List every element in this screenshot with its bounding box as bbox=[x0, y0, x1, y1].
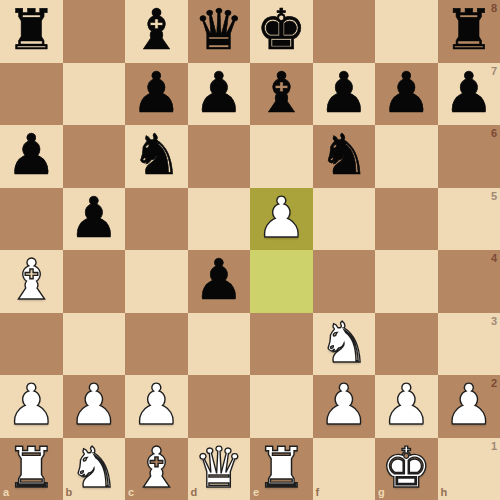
square-g8[interactable] bbox=[375, 0, 438, 63]
square-e5[interactable]: ♟ bbox=[250, 188, 313, 251]
piece-black-bishop[interactable]: ♝ bbox=[131, 2, 181, 58]
square-h3[interactable]: 3 bbox=[438, 313, 500, 376]
rank-label-5: 5 bbox=[491, 191, 497, 202]
square-c4[interactable] bbox=[125, 250, 188, 313]
square-c5[interactable] bbox=[125, 188, 188, 251]
square-d2[interactable] bbox=[188, 375, 251, 438]
piece-white-rook[interactable]: ♜ bbox=[6, 440, 56, 496]
square-h7[interactable]: ♟7 bbox=[438, 63, 500, 126]
square-h4[interactable]: 4 bbox=[438, 250, 500, 313]
piece-white-pawn[interactable]: ♟ bbox=[6, 377, 56, 433]
square-a4[interactable]: ♝ bbox=[0, 250, 63, 313]
piece-white-pawn[interactable]: ♟ bbox=[131, 377, 181, 433]
square-e4[interactable] bbox=[250, 250, 313, 313]
square-g4[interactable] bbox=[375, 250, 438, 313]
square-d3[interactable] bbox=[188, 313, 251, 376]
rank-label-6: 6 bbox=[491, 128, 497, 139]
piece-black-queen[interactable]: ♛ bbox=[194, 2, 244, 58]
square-d6[interactable] bbox=[188, 125, 251, 188]
square-f5[interactable] bbox=[313, 188, 376, 251]
square-f6[interactable]: ♞ bbox=[313, 125, 376, 188]
square-f4[interactable] bbox=[313, 250, 376, 313]
file-label-f: f bbox=[316, 487, 320, 498]
square-e7[interactable]: ♝ bbox=[250, 63, 313, 126]
square-f8[interactable] bbox=[313, 0, 376, 63]
square-c1[interactable]: ♝c bbox=[125, 438, 188, 500]
square-h8[interactable]: ♜8 bbox=[438, 0, 500, 63]
piece-black-pawn[interactable]: ♟ bbox=[444, 65, 494, 121]
square-f3[interactable]: ♞ bbox=[313, 313, 376, 376]
piece-white-bishop[interactable]: ♝ bbox=[131, 440, 181, 496]
piece-white-knight[interactable]: ♞ bbox=[319, 315, 369, 371]
square-b8[interactable] bbox=[63, 0, 126, 63]
square-b7[interactable] bbox=[63, 63, 126, 126]
square-b3[interactable] bbox=[63, 313, 126, 376]
piece-white-bishop[interactable]: ♝ bbox=[6, 252, 56, 308]
square-a3[interactable] bbox=[0, 313, 63, 376]
piece-black-king[interactable]: ♚ bbox=[256, 2, 306, 58]
square-f2[interactable]: ♟ bbox=[313, 375, 376, 438]
square-b1[interactable]: ♞b bbox=[63, 438, 126, 500]
square-g3[interactable] bbox=[375, 313, 438, 376]
square-a2[interactable]: ♟ bbox=[0, 375, 63, 438]
piece-white-pawn[interactable]: ♟ bbox=[381, 377, 431, 433]
piece-black-rook[interactable]: ♜ bbox=[444, 2, 494, 58]
piece-white-rook[interactable]: ♜ bbox=[256, 440, 306, 496]
square-b4[interactable] bbox=[63, 250, 126, 313]
piece-black-knight[interactable]: ♞ bbox=[319, 127, 369, 183]
piece-white-knight[interactable]: ♞ bbox=[69, 440, 119, 496]
square-b6[interactable] bbox=[63, 125, 126, 188]
piece-white-pawn[interactable]: ♟ bbox=[69, 377, 119, 433]
square-c6[interactable]: ♞ bbox=[125, 125, 188, 188]
rank-label-1: 1 bbox=[491, 441, 497, 452]
piece-black-rook[interactable]: ♜ bbox=[6, 2, 56, 58]
file-label-h: h bbox=[441, 487, 448, 498]
piece-white-pawn[interactable]: ♟ bbox=[444, 377, 494, 433]
piece-white-king[interactable]: ♚ bbox=[381, 440, 431, 496]
square-e8[interactable]: ♚ bbox=[250, 0, 313, 63]
rank-label-4: 4 bbox=[491, 253, 497, 264]
square-g5[interactable] bbox=[375, 188, 438, 251]
square-b5[interactable]: ♟ bbox=[63, 188, 126, 251]
chess-board: ♜♝♛♚♜8♟♟♝♟♟♟7♟♞♞6♟♟5♝♟4♞3♟♟♟♟♟♟2♜a♞b♝c♛d… bbox=[0, 0, 500, 500]
piece-black-pawn[interactable]: ♟ bbox=[69, 190, 119, 246]
square-f7[interactable]: ♟ bbox=[313, 63, 376, 126]
square-e1[interactable]: ♜e bbox=[250, 438, 313, 500]
square-h6[interactable]: 6 bbox=[438, 125, 500, 188]
square-d5[interactable] bbox=[188, 188, 251, 251]
square-h5[interactable]: 5 bbox=[438, 188, 500, 251]
piece-white-pawn[interactable]: ♟ bbox=[256, 190, 306, 246]
square-a7[interactable] bbox=[0, 63, 63, 126]
square-g1[interactable]: ♚g bbox=[375, 438, 438, 500]
square-e3[interactable] bbox=[250, 313, 313, 376]
square-c7[interactable]: ♟ bbox=[125, 63, 188, 126]
square-g2[interactable]: ♟ bbox=[375, 375, 438, 438]
piece-black-pawn[interactable]: ♟ bbox=[131, 65, 181, 121]
square-a8[interactable]: ♜ bbox=[0, 0, 63, 63]
square-f1[interactable]: f bbox=[313, 438, 376, 500]
square-d4[interactable]: ♟ bbox=[188, 250, 251, 313]
square-a5[interactable] bbox=[0, 188, 63, 251]
square-a1[interactable]: ♜a bbox=[0, 438, 63, 500]
piece-black-pawn[interactable]: ♟ bbox=[6, 127, 56, 183]
square-c8[interactable]: ♝ bbox=[125, 0, 188, 63]
piece-black-bishop[interactable]: ♝ bbox=[256, 65, 306, 121]
rank-label-3: 3 bbox=[491, 316, 497, 327]
square-e6[interactable] bbox=[250, 125, 313, 188]
square-d1[interactable]: ♛d bbox=[188, 438, 251, 500]
piece-white-pawn[interactable]: ♟ bbox=[319, 377, 369, 433]
piece-black-pawn[interactable]: ♟ bbox=[319, 65, 369, 121]
square-d7[interactable]: ♟ bbox=[188, 63, 251, 126]
piece-black-pawn[interactable]: ♟ bbox=[381, 65, 431, 121]
square-d8[interactable]: ♛ bbox=[188, 0, 251, 63]
square-a6[interactable]: ♟ bbox=[0, 125, 63, 188]
piece-black-pawn[interactable]: ♟ bbox=[194, 65, 244, 121]
piece-black-knight[interactable]: ♞ bbox=[131, 127, 181, 183]
piece-black-pawn[interactable]: ♟ bbox=[194, 252, 244, 308]
square-h2[interactable]: ♟2 bbox=[438, 375, 500, 438]
square-c3[interactable] bbox=[125, 313, 188, 376]
square-g6[interactable] bbox=[375, 125, 438, 188]
square-b2[interactable]: ♟ bbox=[63, 375, 126, 438]
piece-white-queen[interactable]: ♛ bbox=[194, 440, 244, 496]
square-h1[interactable]: 1h bbox=[438, 438, 500, 500]
square-c2[interactable]: ♟ bbox=[125, 375, 188, 438]
square-g7[interactable]: ♟ bbox=[375, 63, 438, 126]
square-e2[interactable] bbox=[250, 375, 313, 438]
